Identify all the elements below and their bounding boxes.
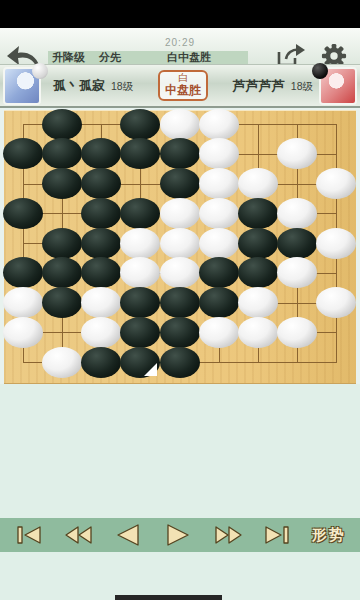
- to-end-button[interactable]: [262, 524, 292, 546]
- stone-black: [277, 228, 317, 259]
- stone-white: [42, 347, 82, 378]
- bottom-background: [0, 552, 360, 600]
- mode-label: 升降级: [52, 50, 85, 65]
- stone-black: [120, 138, 160, 169]
- stone-white: [199, 317, 239, 348]
- stone-black: [238, 257, 278, 288]
- step-back-icon: [115, 524, 141, 546]
- stone-white: [81, 287, 121, 318]
- stone-white: [199, 198, 239, 229]
- player2-name: 芦芦芦芦: [233, 77, 285, 95]
- handicap-label: 分先: [99, 50, 121, 65]
- stone-white: [238, 317, 278, 348]
- rewind-icon: [64, 525, 94, 545]
- player-bar: 孤丶孤寂 18级 白 中盘胜 芦芦芦芦 18级: [0, 64, 360, 108]
- stone-black: [81, 198, 121, 229]
- nav-hint-bar: [115, 595, 222, 600]
- stone-white: [238, 287, 278, 318]
- stone-black: [3, 138, 43, 169]
- stone-black: [81, 138, 121, 169]
- player1-rank: 18级: [111, 80, 133, 94]
- step-forward-button[interactable]: [163, 524, 193, 546]
- stone-white: [199, 228, 239, 259]
- go-board[interactable]: [4, 110, 356, 384]
- stone-white: [199, 109, 239, 140]
- stone-black: [120, 317, 160, 348]
- to-start-button[interactable]: [14, 524, 44, 546]
- player1-info: 孤丶孤寂 18级: [53, 77, 133, 95]
- stone-black: [3, 257, 43, 288]
- stone-black: [42, 138, 82, 169]
- result-badge: 白 中盘胜: [158, 70, 208, 100]
- stone-black: [81, 168, 121, 199]
- stone-white: [277, 138, 317, 169]
- stone-white: [120, 257, 160, 288]
- step-forward-icon: [165, 524, 191, 546]
- stone-black: [160, 347, 200, 378]
- stone-black: [199, 287, 239, 318]
- stone-white: [316, 168, 356, 199]
- status-bar: [0, 0, 360, 28]
- stone-black: [238, 198, 278, 229]
- stone-white: [277, 257, 317, 288]
- last-move-marker: [144, 363, 157, 376]
- clock-time: 20:29: [0, 37, 360, 48]
- stone-white: [3, 287, 43, 318]
- stone-black: [42, 228, 82, 259]
- stone-white: [316, 228, 356, 259]
- black-stone-icon: [312, 63, 328, 79]
- stone-black: [120, 347, 160, 378]
- stone-black: [160, 287, 200, 318]
- stone-white: [199, 138, 239, 169]
- stone-black: [238, 228, 278, 259]
- stone-white: [160, 109, 200, 140]
- stone-white: [316, 287, 356, 318]
- player1-avatar[interactable]: [3, 67, 41, 105]
- stone-white: [238, 168, 278, 199]
- board-area: [0, 108, 360, 384]
- stone-white: [3, 317, 43, 348]
- stone-white: [160, 228, 200, 259]
- fast-forward-icon: [213, 525, 243, 545]
- stone-black: [3, 198, 43, 229]
- to-start-icon: [16, 525, 42, 545]
- stone-white: [199, 168, 239, 199]
- app-screen: 20:29 升降级 分先 白中盘胜: [0, 0, 360, 600]
- stone-black: [199, 257, 239, 288]
- playback-controls-bar: 形势: [0, 518, 360, 552]
- stone-black: [42, 257, 82, 288]
- player2-avatar[interactable]: [319, 67, 357, 105]
- player2-info: 芦芦芦芦 18级: [233, 77, 313, 95]
- rewind-button[interactable]: [64, 524, 94, 546]
- stone-black: [160, 168, 200, 199]
- lower-background: [0, 384, 360, 518]
- step-back-button[interactable]: [113, 524, 143, 546]
- stone-black: [81, 257, 121, 288]
- stone-black: [160, 317, 200, 348]
- stone-white: [277, 317, 317, 348]
- stone-black: [81, 228, 121, 259]
- to-end-icon: [264, 525, 290, 545]
- fast-forward-button[interactable]: [213, 524, 243, 546]
- game-info-strip: 升降级 分先 白中盘胜: [48, 51, 248, 64]
- white-stone-icon: [32, 63, 48, 79]
- player2-rank: 18级: [291, 80, 313, 94]
- stone-black: [42, 109, 82, 140]
- stone-black: [81, 347, 121, 378]
- stone-white: [81, 317, 121, 348]
- result-label: 白中盘胜: [167, 50, 211, 65]
- stone-white: [160, 257, 200, 288]
- stone-black: [42, 168, 82, 199]
- territory-button[interactable]: 形势: [312, 526, 346, 545]
- result-badge-method: 中盘胜: [165, 84, 201, 97]
- stone-black: [120, 109, 160, 140]
- stone-black: [160, 138, 200, 169]
- stone-white: [277, 198, 317, 229]
- header: 20:29 升降级 分先 白中盘胜: [0, 28, 360, 64]
- stone-white: [120, 228, 160, 259]
- stone-black: [120, 198, 160, 229]
- stone-black: [120, 287, 160, 318]
- player1-name: 孤丶孤寂: [53, 77, 105, 95]
- stone-black: [42, 287, 82, 318]
- stone-white: [160, 198, 200, 229]
